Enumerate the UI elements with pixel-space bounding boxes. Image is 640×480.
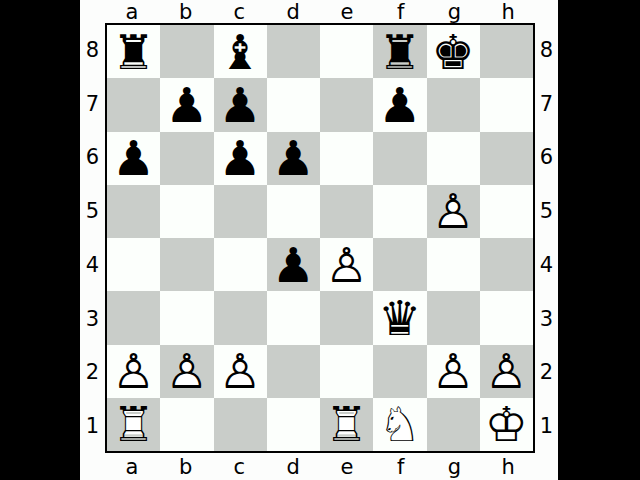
rank-label-6: 6 — [80, 131, 105, 185]
square-f4[interactable] — [373, 238, 426, 291]
white-pawn-icon: ♟♙ — [160, 345, 213, 398]
square-a3[interactable] — [107, 291, 160, 344]
square-b2[interactable]: ♟♙ — [160, 345, 213, 398]
white-king-icon: ♚♔ — [480, 398, 533, 451]
square-h1[interactable]: ♚♔ — [480, 398, 533, 451]
square-f3[interactable]: ♛ — [373, 291, 426, 344]
square-f7[interactable]: ♟ — [373, 78, 426, 131]
file-labels-top: abcdefgh — [105, 0, 535, 23]
square-b7[interactable]: ♟ — [160, 78, 213, 131]
file-label-f: f — [374, 453, 428, 480]
file-label-e: e — [320, 453, 374, 480]
square-h6[interactable] — [480, 132, 533, 185]
white-pawn-icon: ♟♙ — [427, 345, 480, 398]
square-b1[interactable] — [160, 398, 213, 451]
black-pawn-icon-fill: ♟ — [267, 132, 320, 185]
square-h5[interactable] — [480, 185, 533, 238]
square-d2[interactable] — [267, 345, 320, 398]
black-queen-icon: ♛ — [373, 291, 426, 344]
rank-labels-left: 87654321 — [80, 23, 105, 453]
square-h2[interactable]: ♟♙ — [480, 345, 533, 398]
black-queen-icon-fill: ♛ — [373, 291, 426, 344]
black-pawn-icon-fill: ♟ — [214, 132, 267, 185]
file-label-g: g — [428, 0, 482, 23]
rank-label-5: 5 — [535, 184, 558, 238]
black-pawn-icon: ♟ — [267, 132, 320, 185]
black-pawn-icon-fill: ♟ — [160, 78, 213, 131]
white-knight-icon: ♞♘ — [373, 398, 426, 451]
rank-label-8: 8 — [535, 23, 558, 77]
square-f2[interactable] — [373, 345, 426, 398]
black-pawn-icon: ♟ — [214, 132, 267, 185]
white-pawn-icon-outline: ♙ — [480, 345, 533, 398]
square-e3[interactable] — [320, 291, 373, 344]
black-pawn-icon: ♟ — [214, 78, 267, 131]
file-label-e: e — [320, 0, 374, 23]
square-f8[interactable]: ♜ — [373, 25, 426, 78]
file-label-b: b — [159, 453, 213, 480]
white-rook-icon: ♜♖ — [107, 398, 160, 451]
file-label-b: b — [159, 0, 213, 23]
rank-label-3: 3 — [535, 292, 558, 346]
video-frame: abcdefgh 87654321 ♜♝♜♚♟♟♟♟♟♟♟♙♟♟♙♛♟♙♟♙♟♙… — [0, 0, 640, 480]
square-e5[interactable] — [320, 185, 373, 238]
rank-label-8: 8 — [80, 23, 105, 77]
square-d1[interactable] — [267, 398, 320, 451]
white-pawn-icon: ♟♙ — [427, 185, 480, 238]
white-pawn-icon-outline: ♙ — [320, 238, 373, 291]
square-g6[interactable] — [427, 132, 480, 185]
file-labels-bottom: abcdefgh — [105, 453, 535, 480]
square-a4[interactable] — [107, 238, 160, 291]
square-e4[interactable]: ♟♙ — [320, 238, 373, 291]
square-h3[interactable] — [480, 291, 533, 344]
square-d6[interactable]: ♟ — [267, 132, 320, 185]
rank-labels-right: 87654321 — [535, 23, 558, 453]
square-d5[interactable] — [267, 185, 320, 238]
file-label-c: c — [213, 453, 267, 480]
white-pawn-icon-outline: ♙ — [214, 345, 267, 398]
square-e7[interactable] — [320, 78, 373, 131]
square-a5[interactable] — [107, 185, 160, 238]
square-c3[interactable] — [214, 291, 267, 344]
white-king-icon-outline: ♔ — [480, 398, 533, 451]
black-bishop-icon: ♝ — [214, 25, 267, 78]
square-b3[interactable] — [160, 291, 213, 344]
square-c4[interactable] — [214, 238, 267, 291]
file-label-h: h — [481, 0, 535, 23]
rank-label-1: 1 — [80, 399, 105, 453]
square-a7[interactable] — [107, 78, 160, 131]
file-label-h: h — [481, 453, 535, 480]
square-e6[interactable] — [320, 132, 373, 185]
square-g4[interactable] — [427, 238, 480, 291]
white-pawn-icon-outline: ♙ — [107, 345, 160, 398]
file-label-g: g — [428, 453, 482, 480]
white-pawn-icon: ♟♙ — [320, 238, 373, 291]
rank-label-4: 4 — [80, 238, 105, 292]
white-pawn-icon: ♟♙ — [107, 345, 160, 398]
file-label-d: d — [266, 453, 320, 480]
black-rook-icon: ♜ — [373, 25, 426, 78]
black-pawn-icon: ♟ — [107, 132, 160, 185]
white-pawn-icon-outline: ♙ — [427, 185, 480, 238]
black-rook-icon-fill: ♜ — [107, 25, 160, 78]
rank-label-7: 7 — [80, 77, 105, 131]
square-c5[interactable] — [214, 185, 267, 238]
rank-label-4: 4 — [535, 238, 558, 292]
black-pawn-icon: ♟ — [373, 78, 426, 131]
square-d8[interactable] — [267, 25, 320, 78]
black-pawn-icon-fill: ♟ — [373, 78, 426, 131]
square-d7[interactable] — [267, 78, 320, 131]
rank-label-2: 2 — [80, 346, 105, 400]
square-f6[interactable] — [373, 132, 426, 185]
rank-label-6: 6 — [535, 131, 558, 185]
square-c7[interactable]: ♟ — [214, 78, 267, 131]
square-e2[interactable] — [320, 345, 373, 398]
square-a1[interactable]: ♜♖ — [107, 398, 160, 451]
file-label-f: f — [374, 0, 428, 23]
rank-label-7: 7 — [535, 77, 558, 131]
rank-label-5: 5 — [80, 184, 105, 238]
square-h7[interactable] — [480, 78, 533, 131]
white-pawn-icon-outline: ♙ — [427, 345, 480, 398]
square-b4[interactable] — [160, 238, 213, 291]
black-pawn-icon-fill: ♟ — [214, 78, 267, 131]
square-g2[interactable]: ♟♙ — [427, 345, 480, 398]
white-knight-icon-outline: ♘ — [373, 398, 426, 451]
white-rook-icon-outline: ♖ — [320, 398, 373, 451]
square-a6[interactable]: ♟ — [107, 132, 160, 185]
square-g5[interactable]: ♟♙ — [427, 185, 480, 238]
square-d4[interactable]: ♟ — [267, 238, 320, 291]
square-h8[interactable] — [480, 25, 533, 78]
square-e8[interactable] — [320, 25, 373, 78]
chess-board: ♜♝♜♚♟♟♟♟♟♟♟♙♟♟♙♛♟♙♟♙♟♙♟♙♟♙♜♖♜♖♞♘♚♔ — [105, 23, 535, 453]
square-c1[interactable] — [214, 398, 267, 451]
square-f5[interactable] — [373, 185, 426, 238]
black-pawn-icon: ♟ — [267, 238, 320, 291]
square-g3[interactable] — [427, 291, 480, 344]
square-f1[interactable]: ♞♘ — [373, 398, 426, 451]
black-bishop-icon-fill: ♝ — [214, 25, 267, 78]
square-b6[interactable] — [160, 132, 213, 185]
square-d3[interactable] — [267, 291, 320, 344]
square-a2[interactable]: ♟♙ — [107, 345, 160, 398]
black-king-icon-fill: ♚ — [427, 25, 480, 78]
square-g1[interactable] — [427, 398, 480, 451]
black-pawn-icon-fill: ♟ — [107, 132, 160, 185]
square-e1[interactable]: ♜♖ — [320, 398, 373, 451]
square-a8[interactable]: ♜ — [107, 25, 160, 78]
rank-label-3: 3 — [80, 292, 105, 346]
square-c2[interactable]: ♟♙ — [214, 345, 267, 398]
white-rook-icon: ♜♖ — [320, 398, 373, 451]
file-label-c: c — [213, 0, 267, 23]
white-pawn-icon-outline: ♙ — [160, 345, 213, 398]
square-c6[interactable]: ♟ — [214, 132, 267, 185]
white-pawn-icon: ♟♙ — [480, 345, 533, 398]
square-h4[interactable] — [480, 238, 533, 291]
square-g8[interactable]: ♚ — [427, 25, 480, 78]
square-c8[interactable]: ♝ — [214, 25, 267, 78]
rank-label-1: 1 — [535, 399, 558, 453]
black-pawn-icon: ♟ — [160, 78, 213, 131]
black-rook-icon: ♜ — [107, 25, 160, 78]
file-label-a: a — [105, 0, 159, 23]
white-pawn-icon: ♟♙ — [214, 345, 267, 398]
white-rook-icon-outline: ♖ — [107, 398, 160, 451]
black-king-icon: ♚ — [427, 25, 480, 78]
file-label-a: a — [105, 453, 159, 480]
diagram-panel: abcdefgh 87654321 ♜♝♜♚♟♟♟♟♟♟♟♙♟♟♙♛♟♙♟♙♟♙… — [80, 0, 558, 480]
rank-label-2: 2 — [535, 346, 558, 400]
black-pawn-icon-fill: ♟ — [267, 238, 320, 291]
square-b8[interactable] — [160, 25, 213, 78]
square-g7[interactable] — [427, 78, 480, 131]
file-label-d: d — [266, 0, 320, 23]
square-b5[interactable] — [160, 185, 213, 238]
black-rook-icon-fill: ♜ — [373, 25, 426, 78]
